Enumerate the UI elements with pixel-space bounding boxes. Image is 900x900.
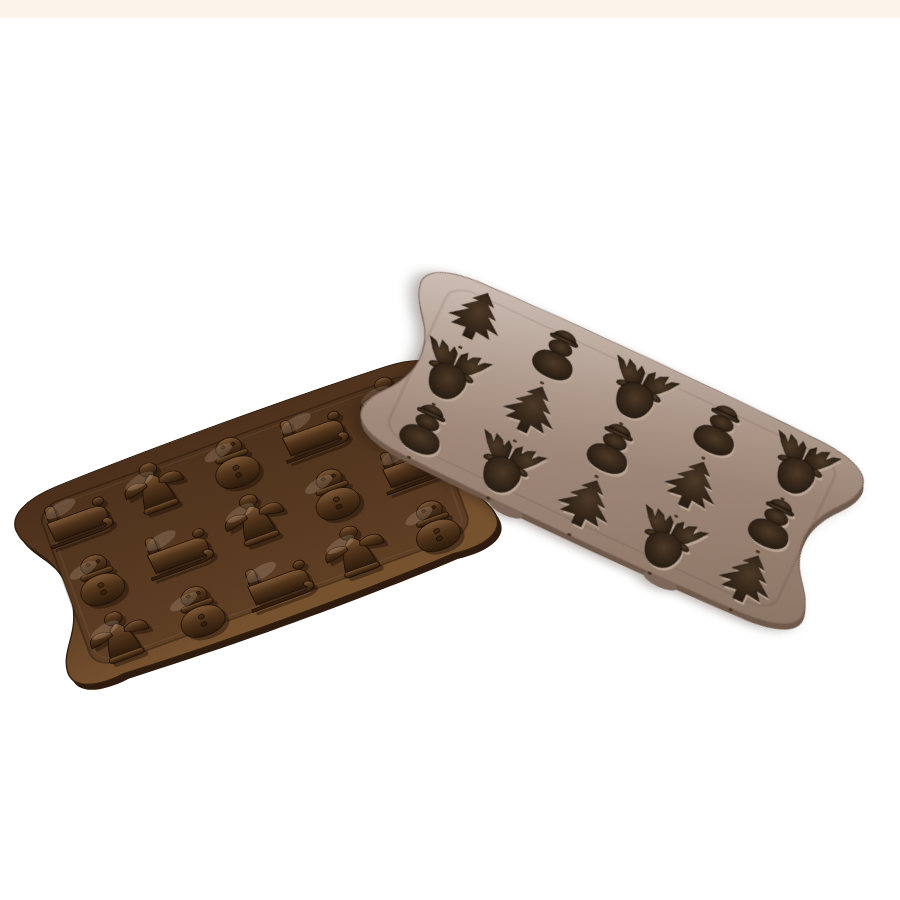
mold-light xyxy=(344,253,881,644)
product-photo xyxy=(0,0,900,900)
top-cream-band xyxy=(0,0,900,18)
